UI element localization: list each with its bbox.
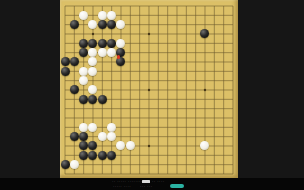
stone-black: [98, 151, 107, 160]
stone-black: [79, 151, 88, 160]
go-board[interactable]: [60, 0, 238, 178]
status-text-2: ·· ····: [152, 180, 165, 184]
stone-white: [107, 123, 116, 132]
stone-black: [61, 57, 70, 66]
stone-white: [98, 11, 107, 20]
status-text-1: ·· ····· ········: [112, 180, 143, 184]
status-bar: ·· ····· ········ ·· ···· ····· ···· ···…: [0, 178, 304, 190]
stone-white: [79, 67, 88, 76]
status-text-3: ····· ····: [113, 185, 131, 189]
stone-black: [70, 20, 79, 29]
stone-white: [98, 132, 107, 141]
status-highlight-block: [142, 180, 150, 183]
stone-black: [79, 39, 88, 48]
stone-white: [79, 11, 88, 20]
board-grid: [60, 0, 238, 178]
last-move-marker: [117, 55, 120, 58]
status-text-4: ··· ···: [140, 185, 153, 189]
stone-black: [98, 95, 107, 104]
stone-white: [107, 11, 116, 20]
stone-white: [79, 123, 88, 132]
stone-black: [98, 20, 107, 29]
teal-action-button[interactable]: [170, 184, 184, 188]
stone-white: [98, 48, 107, 57]
stone-black: [107, 151, 116, 160]
stone-black: [79, 95, 88, 104]
app-root: ·· ····· ········ ·· ···· ····· ···· ···…: [0, 0, 304, 190]
stone-black: [61, 67, 70, 76]
stone-black: [107, 39, 116, 48]
stone-white: [70, 160, 79, 169]
stone-black: [61, 160, 70, 169]
stone-black: [70, 132, 79, 141]
stone-black: [98, 39, 107, 48]
